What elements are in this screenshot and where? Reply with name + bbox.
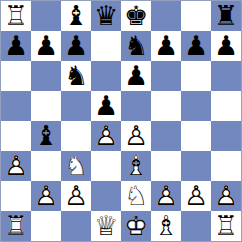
- square-h4[interactable]: [211, 121, 241, 151]
- piece-black-pawn: ♟: [211, 31, 241, 61]
- piece-white-pawn: ♙: [31, 181, 61, 211]
- square-h7[interactable]: ♟: [211, 31, 241, 61]
- piece-black-bishop: ♝: [61, 1, 91, 31]
- piece-black-pawn: ♟: [151, 31, 181, 61]
- square-g6[interactable]: [181, 61, 211, 91]
- piece-white-pawn: ♙: [151, 181, 181, 211]
- square-b4[interactable]: ♝: [31, 121, 61, 151]
- square-f2[interactable]: ♟♙: [151, 181, 181, 211]
- square-b7[interactable]: ♟: [31, 31, 61, 61]
- piece-white-bishop: ♗: [151, 211, 181, 241]
- piece-white-queen: ♕: [91, 211, 121, 241]
- chess-board: ♜♖♝♛♚♜♟♟♟♞♟♟♟♞♟♟♝♟♙♟♙♟♙♞♘♝♗♟♙♟♙♞♘♟♙♟♙♟♙♜…: [0, 0, 242, 242]
- piece-black-knight: ♞: [61, 61, 91, 91]
- square-b3[interactable]: [31, 151, 61, 181]
- square-b1[interactable]: [31, 211, 61, 241]
- square-c5[interactable]: [61, 91, 91, 121]
- piece-black-pawn: ♟: [1, 31, 31, 61]
- square-a7[interactable]: ♟: [1, 31, 31, 61]
- square-e7[interactable]: ♞: [121, 31, 151, 61]
- piece-black-pawn: ♟: [61, 31, 91, 61]
- square-h2[interactable]: ♟♙: [211, 181, 241, 211]
- square-e6[interactable]: ♟: [121, 61, 151, 91]
- square-f3[interactable]: [151, 151, 181, 181]
- piece-black-knight: ♞: [121, 31, 151, 61]
- piece-white-pawn: ♙: [211, 181, 241, 211]
- chess-board-container: ♜♖♝♛♚♜♟♟♟♞♟♟♟♞♟♟♝♟♙♟♙♟♙♞♘♝♗♟♙♟♙♞♘♟♙♟♙♟♙♜…: [0, 0, 242, 242]
- square-g4[interactable]: [181, 121, 211, 151]
- piece-white-pawn: ♙: [1, 151, 31, 181]
- piece-black-queen: ♛: [91, 1, 121, 31]
- piece-white-king: ♔: [121, 211, 151, 241]
- piece-white-rook: ♖: [1, 211, 31, 241]
- square-e5[interactable]: [121, 91, 151, 121]
- piece-white-knight: ♘: [121, 181, 151, 211]
- square-f7[interactable]: ♟: [151, 31, 181, 61]
- piece-white-rook: ♖: [211, 211, 241, 241]
- square-e3[interactable]: ♝♗: [121, 151, 151, 181]
- square-c7[interactable]: ♟: [61, 31, 91, 61]
- piece-black-pawn: ♟: [91, 91, 121, 121]
- square-a3[interactable]: ♟♙: [1, 151, 31, 181]
- square-e2[interactable]: ♞♘: [121, 181, 151, 211]
- square-e1[interactable]: ♚♔: [121, 211, 151, 241]
- piece-black-king: ♚: [121, 1, 151, 31]
- square-d2[interactable]: [91, 181, 121, 211]
- square-b8[interactable]: [31, 1, 61, 31]
- piece-white-knight: ♘: [61, 151, 91, 181]
- piece-black-rook: ♜: [211, 1, 241, 31]
- square-d3[interactable]: [91, 151, 121, 181]
- square-c2[interactable]: ♟♙: [61, 181, 91, 211]
- square-d4[interactable]: ♟♙: [91, 121, 121, 151]
- square-g2[interactable]: ♟♙: [181, 181, 211, 211]
- square-g5[interactable]: [181, 91, 211, 121]
- square-h8[interactable]: ♜: [211, 1, 241, 31]
- square-g3[interactable]: [181, 151, 211, 181]
- piece-black-bishop: ♝: [31, 121, 61, 151]
- piece-white-pawn: ♙: [61, 181, 91, 211]
- piece-black-pawn: ♟: [181, 31, 211, 61]
- square-b6[interactable]: [31, 61, 61, 91]
- square-g8[interactable]: [181, 1, 211, 31]
- square-f1[interactable]: ♝♗: [151, 211, 181, 241]
- square-e8[interactable]: ♚: [121, 1, 151, 31]
- square-a6[interactable]: [1, 61, 31, 91]
- square-h5[interactable]: [211, 91, 241, 121]
- square-f6[interactable]: [151, 61, 181, 91]
- piece-white-rook: ♖: [1, 1, 31, 31]
- square-b2[interactable]: ♟♙: [31, 181, 61, 211]
- square-a2[interactable]: [1, 181, 31, 211]
- piece-white-pawn: ♙: [121, 121, 151, 151]
- square-c1[interactable]: [61, 211, 91, 241]
- square-c6[interactable]: ♞: [61, 61, 91, 91]
- square-e4[interactable]: ♟♙: [121, 121, 151, 151]
- square-d7[interactable]: [91, 31, 121, 61]
- piece-black-pawn: ♟: [121, 61, 151, 91]
- square-b5[interactable]: [31, 91, 61, 121]
- square-d1[interactable]: ♛♕: [91, 211, 121, 241]
- square-a8[interactable]: ♜♖: [1, 1, 31, 31]
- square-a4[interactable]: [1, 121, 31, 151]
- square-d6[interactable]: [91, 61, 121, 91]
- square-c8[interactable]: ♝: [61, 1, 91, 31]
- piece-white-pawn: ♙: [181, 181, 211, 211]
- square-d8[interactable]: ♛: [91, 1, 121, 31]
- square-f5[interactable]: [151, 91, 181, 121]
- square-g1[interactable]: [181, 211, 211, 241]
- piece-white-pawn: ♙: [91, 121, 121, 151]
- piece-black-pawn: ♟: [31, 31, 61, 61]
- square-h1[interactable]: ♜♖: [211, 211, 241, 241]
- square-f4[interactable]: [151, 121, 181, 151]
- square-a1[interactable]: ♜♖: [1, 211, 31, 241]
- square-h3[interactable]: [211, 151, 241, 181]
- square-a5[interactable]: [1, 91, 31, 121]
- square-c4[interactable]: [61, 121, 91, 151]
- square-c3[interactable]: ♞♘: [61, 151, 91, 181]
- square-h6[interactable]: [211, 61, 241, 91]
- piece-white-bishop: ♗: [121, 151, 151, 181]
- square-f8[interactable]: [151, 1, 181, 31]
- square-g7[interactable]: ♟: [181, 31, 211, 61]
- square-d5[interactable]: ♟: [91, 91, 121, 121]
